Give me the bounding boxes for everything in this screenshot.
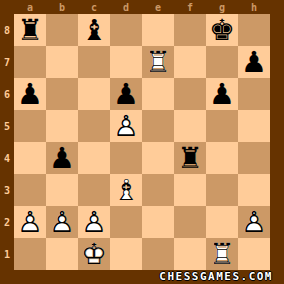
square-d1[interactable] [110, 238, 142, 270]
square-a5[interactable] [14, 110, 46, 142]
square-g3[interactable] [206, 174, 238, 206]
square-f7[interactable] [174, 46, 206, 78]
square-b7[interactable] [46, 46, 78, 78]
rank-label-6: 6 [0, 78, 14, 110]
black-rook-icon: ♜ [174, 142, 206, 174]
black-pawn-icon: ♟ [238, 46, 270, 78]
black-rook-icon: ♜ [14, 14, 46, 46]
square-e7[interactable]: ♜♖ [142, 46, 174, 78]
square-a6[interactable]: ♟ [14, 78, 46, 110]
white-bishop-icon: ♝♗ [110, 174, 142, 206]
square-g2[interactable] [206, 206, 238, 238]
chess-board: ♜♝♚♜♖♟♟♟♟♟♙♟♜♝♗♟♙♟♙♟♙♟♙♚♔♜♖ [14, 14, 270, 270]
square-a3[interactable] [14, 174, 46, 206]
square-c3[interactable] [78, 174, 110, 206]
white-pawn-icon: ♟♙ [238, 206, 270, 238]
rank-label-5: 5 [0, 110, 14, 142]
square-f8[interactable] [174, 14, 206, 46]
white-pawn-icon: ♟♙ [110, 110, 142, 142]
square-d5[interactable]: ♟♙ [110, 110, 142, 142]
square-g5[interactable] [206, 110, 238, 142]
square-f1[interactable] [174, 238, 206, 270]
square-e2[interactable] [142, 206, 174, 238]
square-h3[interactable] [238, 174, 270, 206]
square-a8[interactable]: ♜ [14, 14, 46, 46]
square-f6[interactable] [174, 78, 206, 110]
square-h5[interactable] [238, 110, 270, 142]
rank-labels: 87654321 [0, 14, 14, 270]
file-label-b: b [46, 0, 78, 14]
square-h6[interactable] [238, 78, 270, 110]
white-rook-icon: ♜♖ [142, 46, 174, 78]
black-pawn-icon: ♟ [14, 78, 46, 110]
file-label-d: d [110, 0, 142, 14]
square-h2[interactable]: ♟♙ [238, 206, 270, 238]
square-c7[interactable] [78, 46, 110, 78]
file-label-g: g [206, 0, 238, 14]
square-e6[interactable] [142, 78, 174, 110]
file-label-f: f [174, 0, 206, 14]
square-d6[interactable]: ♟ [110, 78, 142, 110]
square-h4[interactable] [238, 142, 270, 174]
square-c8[interactable]: ♝ [78, 14, 110, 46]
square-b3[interactable] [46, 174, 78, 206]
white-pawn-icon: ♟♙ [78, 206, 110, 238]
square-g1[interactable]: ♜♖ [206, 238, 238, 270]
rank-label-1: 1 [0, 238, 14, 270]
square-h1[interactable] [238, 238, 270, 270]
rank-label-3: 3 [0, 174, 14, 206]
square-e5[interactable] [142, 110, 174, 142]
square-c2[interactable]: ♟♙ [78, 206, 110, 238]
square-c4[interactable] [78, 142, 110, 174]
file-label-c: c [78, 0, 110, 14]
chess-diagram: abcdefgh 87654321 ♜♝♚♜♖♟♟♟♟♟♙♟♜♝♗♟♙♟♙♟♙♟… [0, 0, 284, 284]
square-e3[interactable] [142, 174, 174, 206]
file-label-h: h [238, 0, 270, 14]
square-b2[interactable]: ♟♙ [46, 206, 78, 238]
square-e1[interactable] [142, 238, 174, 270]
file-label-a: a [14, 0, 46, 14]
rank-label-7: 7 [0, 46, 14, 78]
white-pawn-icon: ♟♙ [46, 206, 78, 238]
square-f2[interactable] [174, 206, 206, 238]
rank-label-8: 8 [0, 14, 14, 46]
black-bishop-icon: ♝ [78, 14, 110, 46]
square-d3[interactable]: ♝♗ [110, 174, 142, 206]
white-pawn-icon: ♟♙ [14, 206, 46, 238]
file-labels: abcdefgh [14, 0, 270, 14]
square-d2[interactable] [110, 206, 142, 238]
square-b5[interactable] [46, 110, 78, 142]
square-b4[interactable]: ♟ [46, 142, 78, 174]
square-b1[interactable] [46, 238, 78, 270]
square-e8[interactable] [142, 14, 174, 46]
square-d7[interactable] [110, 46, 142, 78]
square-c5[interactable] [78, 110, 110, 142]
square-g7[interactable] [206, 46, 238, 78]
square-a7[interactable] [14, 46, 46, 78]
white-rook-icon: ♜♖ [206, 238, 238, 270]
square-b8[interactable] [46, 14, 78, 46]
square-c6[interactable] [78, 78, 110, 110]
square-b6[interactable] [46, 78, 78, 110]
square-d8[interactable] [110, 14, 142, 46]
file-label-e: e [142, 0, 174, 14]
black-king-icon: ♚ [206, 14, 238, 46]
square-a2[interactable]: ♟♙ [14, 206, 46, 238]
black-pawn-icon: ♟ [110, 78, 142, 110]
square-h7[interactable]: ♟ [238, 46, 270, 78]
square-d4[interactable] [110, 142, 142, 174]
square-g4[interactable] [206, 142, 238, 174]
square-a1[interactable] [14, 238, 46, 270]
square-g8[interactable]: ♚ [206, 14, 238, 46]
black-pawn-icon: ♟ [206, 78, 238, 110]
square-f5[interactable] [174, 110, 206, 142]
black-pawn-icon: ♟ [46, 142, 78, 174]
square-h8[interactable] [238, 14, 270, 46]
square-f3[interactable] [174, 174, 206, 206]
rank-label-2: 2 [0, 206, 14, 238]
square-e4[interactable] [142, 142, 174, 174]
site-credit: CHESSGAMES.COM [159, 270, 273, 284]
square-g6[interactable]: ♟ [206, 78, 238, 110]
square-a4[interactable] [14, 142, 46, 174]
square-c1[interactable]: ♚♔ [78, 238, 110, 270]
rank-label-4: 4 [0, 142, 14, 174]
white-king-icon: ♚♔ [78, 238, 110, 270]
square-f4[interactable]: ♜ [174, 142, 206, 174]
